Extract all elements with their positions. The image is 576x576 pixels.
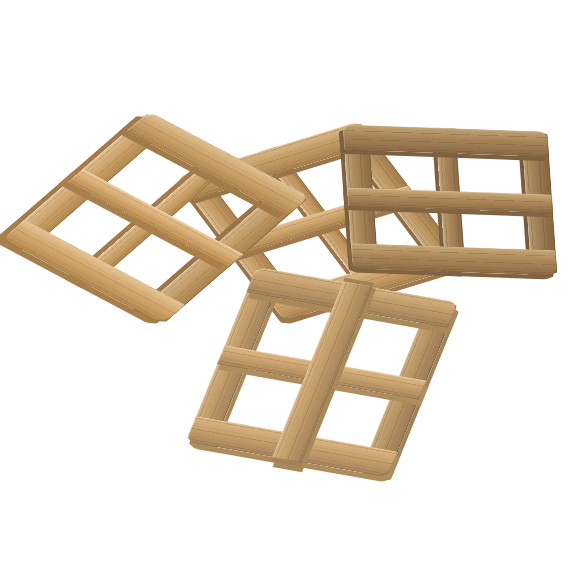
trivet-front [186,267,459,477]
trivet-top-slat [343,124,550,156]
trivet-right [343,124,558,275]
product-photo [0,0,576,576]
trivet-bottom-slat [2,220,185,325]
trivet-center-horizontal-bar [68,169,244,268]
trivet-center-horizontal-bar [347,187,553,212]
